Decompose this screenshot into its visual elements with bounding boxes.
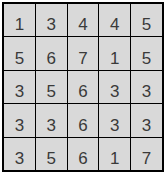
puzzle-grid: 1344556715356333363335617 [2,2,164,172]
grid-cell: 1 [4,4,35,36]
grid-cell: 3 [4,71,35,103]
grid-cell: 6 [36,37,67,69]
grid-cell: 5 [36,71,67,103]
grid-cell: 5 [4,37,35,69]
grid-cell: 1 [99,138,130,170]
grid-cell: 3 [99,104,130,136]
grid-cell: 6 [68,71,99,103]
grid-cell: 3 [4,104,35,136]
grid-cell: 5 [131,4,162,36]
grid-cell: 3 [131,104,162,136]
grid-cell: 4 [99,4,130,36]
page: 1344556715356333363335617 [0,0,167,175]
grid-cell: 6 [68,138,99,170]
grid-cell: 3 [4,138,35,170]
grid-cell: 3 [99,71,130,103]
grid-cell: 3 [131,71,162,103]
grid-cell: 5 [36,138,67,170]
grid-cell: 6 [68,104,99,136]
grid-cell: 7 [131,138,162,170]
grid-cell: 3 [36,104,67,136]
grid-cell: 3 [36,4,67,36]
grid-cell: 1 [99,37,130,69]
grid-cell: 5 [131,37,162,69]
grid-cell: 4 [68,4,99,36]
grid-cell: 7 [68,37,99,69]
